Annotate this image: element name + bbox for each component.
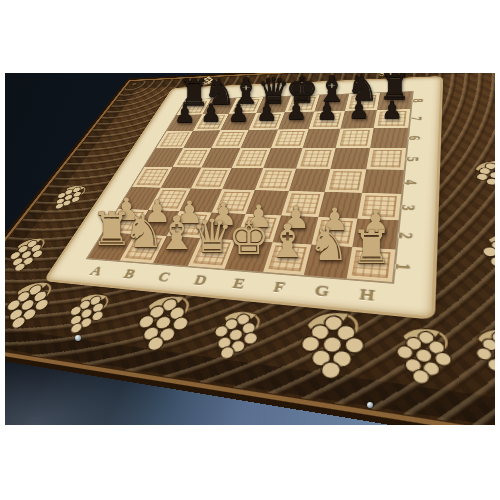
piece-e1-white-king[interactable]: ♚ (228, 215, 269, 261)
square-g5[interactable] (330, 148, 370, 169)
square-g4[interactable] (325, 169, 367, 193)
piece-e7-black-pawn[interactable]: ♟ (286, 99, 308, 123)
rank-label-2: 2 (393, 227, 416, 244)
rank-label-1: 1 (389, 257, 414, 277)
rank-label-5: 5 (401, 153, 421, 165)
piece-g1-white-knight[interactable]: ♞ (308, 220, 349, 266)
page: { "game": "chess", "position": { "fen": … (0, 0, 500, 500)
hinge-pin-icon (75, 335, 81, 341)
square-f5[interactable] (296, 148, 336, 169)
piece-b7-black-pawn[interactable]: ♟ (200, 101, 222, 125)
piece-f1-white-bishop[interactable]: ♝ (267, 218, 308, 264)
rank-label-3: 3 (396, 200, 418, 215)
square-h5[interactable] (366, 148, 406, 170)
square-g6[interactable] (336, 128, 374, 148)
rank-label-7: 7 (406, 113, 424, 124)
file-label-h: H (353, 286, 381, 306)
hinge-pin-icon (367, 402, 373, 408)
square-h6[interactable] (370, 128, 408, 148)
piece-c7-black-pawn[interactable]: ♟ (228, 100, 250, 124)
rank-label-6: 6 (404, 132, 423, 143)
piece-d1-white-queen[interactable]: ♛ (191, 212, 232, 258)
piece-h7-black-pawn[interactable]: ♟ (381, 97, 403, 121)
rank-label-4: 4 (399, 176, 420, 190)
photo-background: ABCDEFGH12345678 ♜♞♝♛♚♝♞♜♟♟♟♟♟♟♟♟♟♟♟♟♟♟♟… (5, 73, 495, 425)
piece-g7-black-pawn[interactable]: ♟ (348, 98, 370, 122)
piece-f7-black-pawn[interactable]: ♟ (316, 99, 338, 123)
piece-d7-black-pawn[interactable]: ♟ (256, 100, 278, 124)
square-f4[interactable] (289, 169, 330, 192)
square-h4[interactable] (362, 169, 404, 193)
piece-h1-white-rook[interactable]: ♜ (351, 223, 392, 269)
piece-a7-black-pawn[interactable]: ♟ (174, 102, 196, 126)
file-label-f: F (265, 279, 293, 298)
square-f6[interactable] (303, 129, 341, 148)
file-label-g: G (308, 282, 336, 301)
